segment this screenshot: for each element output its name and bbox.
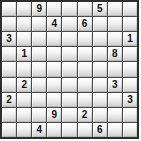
cell-r3c5-empty[interactable] <box>62 32 76 46</box>
cell-r5c9-empty[interactable] <box>123 62 137 76</box>
cell-r5c6-empty[interactable] <box>78 62 92 76</box>
cell-r5c5-empty[interactable] <box>62 62 76 76</box>
cell-r1c4-empty[interactable] <box>47 2 61 16</box>
cell-r9c4-empty[interactable] <box>47 123 61 137</box>
cell-r7c3-empty[interactable] <box>32 93 46 107</box>
cell-r9c5-empty[interactable] <box>62 123 76 137</box>
cell-r6c9-empty[interactable] <box>123 78 137 92</box>
cell-r6c2-given[interactable]: 2 <box>17 78 31 92</box>
cell-r1c3-given[interactable]: 9 <box>32 2 46 16</box>
cell-r9c9-empty[interactable] <box>123 123 137 137</box>
cell-r8c6-given[interactable]: 2 <box>78 108 92 122</box>
cell-r7c1-given[interactable]: 2 <box>2 93 16 107</box>
cell-r6c8-given[interactable]: 3 <box>108 78 122 92</box>
cell-r8c3-empty[interactable] <box>32 108 46 122</box>
cell-r8c2-empty[interactable] <box>17 108 31 122</box>
cell-r4c4-empty[interactable] <box>47 47 61 61</box>
cell-r2c1-empty[interactable] <box>2 17 16 31</box>
cell-r1c5-empty[interactable] <box>62 2 76 16</box>
cell-r9c3-given[interactable]: 4 <box>32 123 46 137</box>
cell-r2c5-empty[interactable] <box>62 17 76 31</box>
sudoku-board: 9546311823239246 <box>0 0 139 139</box>
cell-r4c3-empty[interactable] <box>32 47 46 61</box>
cell-r3c8-empty[interactable] <box>108 32 122 46</box>
cell-r5c4-empty[interactable] <box>47 62 61 76</box>
cell-r5c7-empty[interactable] <box>93 62 107 76</box>
cell-r4c8-given[interactable]: 8 <box>108 47 122 61</box>
cell-r8c1-empty[interactable] <box>2 108 16 122</box>
cell-r4c1-empty[interactable] <box>2 47 16 61</box>
cell-r9c7-given[interactable]: 6 <box>93 123 107 137</box>
cell-r4c7-empty[interactable] <box>93 47 107 61</box>
cell-r3c2-empty[interactable] <box>17 32 31 46</box>
cell-r2c2-empty[interactable] <box>17 17 31 31</box>
cell-r7c8-empty[interactable] <box>108 93 122 107</box>
cell-r1c6-empty[interactable] <box>78 2 92 16</box>
cell-r7c5-empty[interactable] <box>62 93 76 107</box>
cell-r1c9-empty[interactable] <box>123 2 137 16</box>
cell-r2c3-empty[interactable] <box>32 17 46 31</box>
cell-r4c5-empty[interactable] <box>62 47 76 61</box>
cell-r2c4-given[interactable]: 4 <box>47 17 61 31</box>
cell-r2c6-given[interactable]: 6 <box>78 17 92 31</box>
cell-r6c4-empty[interactable] <box>47 78 61 92</box>
cell-r8c7-empty[interactable] <box>93 108 107 122</box>
cell-r3c9-given[interactable]: 1 <box>123 32 137 46</box>
cell-r7c6-empty[interactable] <box>78 93 92 107</box>
cell-r2c9-empty[interactable] <box>123 17 137 31</box>
cell-r9c8-empty[interactable] <box>108 123 122 137</box>
cell-r9c2-empty[interactable] <box>17 123 31 137</box>
cell-r4c6-empty[interactable] <box>78 47 92 61</box>
cell-r1c2-empty[interactable] <box>17 2 31 16</box>
cell-r6c1-empty[interactable] <box>2 78 16 92</box>
cell-r9c6-empty[interactable] <box>78 123 92 137</box>
cell-r1c8-empty[interactable] <box>108 2 122 16</box>
cell-r5c8-empty[interactable] <box>108 62 122 76</box>
cell-r6c3-empty[interactable] <box>32 78 46 92</box>
cell-r4c9-empty[interactable] <box>123 47 137 61</box>
cell-r3c6-empty[interactable] <box>78 32 92 46</box>
cell-r6c6-empty[interactable] <box>78 78 92 92</box>
cell-r8c4-given[interactable]: 9 <box>47 108 61 122</box>
cell-r3c1-given[interactable]: 3 <box>2 32 16 46</box>
cell-r6c7-empty[interactable] <box>93 78 107 92</box>
cell-r5c2-empty[interactable] <box>17 62 31 76</box>
cell-r7c2-empty[interactable] <box>17 93 31 107</box>
cell-r6c5-empty[interactable] <box>62 78 76 92</box>
cell-r7c4-empty[interactable] <box>47 93 61 107</box>
cell-r3c7-empty[interactable] <box>93 32 107 46</box>
cell-r2c7-empty[interactable] <box>93 17 107 31</box>
cell-r5c3-empty[interactable] <box>32 62 46 76</box>
cell-r8c9-empty[interactable] <box>123 108 137 122</box>
cell-r1c7-given[interactable]: 5 <box>93 2 107 16</box>
cell-r3c4-empty[interactable] <box>47 32 61 46</box>
cell-r8c8-empty[interactable] <box>108 108 122 122</box>
cell-r7c9-given[interactable]: 3 <box>123 93 137 107</box>
cell-r3c3-empty[interactable] <box>32 32 46 46</box>
cell-r1c1-empty[interactable] <box>2 2 16 16</box>
cell-r5c1-empty[interactable] <box>2 62 16 76</box>
cell-r4c2-given[interactable]: 1 <box>17 47 31 61</box>
cell-r8c5-empty[interactable] <box>62 108 76 122</box>
page: 9546311823239246 <box>0 0 141 141</box>
cell-r2c8-empty[interactable] <box>108 17 122 31</box>
cell-r7c7-empty[interactable] <box>93 93 107 107</box>
cell-r9c1-empty[interactable] <box>2 123 16 137</box>
